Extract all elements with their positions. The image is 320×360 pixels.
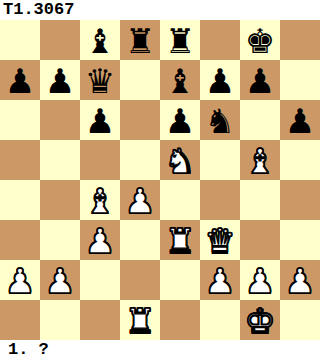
square-d1[interactable]: ♜ xyxy=(120,300,160,340)
piece-black-pawn[interactable]: ♟ xyxy=(5,61,35,100)
square-e6[interactable]: ♟ xyxy=(160,100,200,140)
piece-white-king[interactable]: ♚ xyxy=(245,301,275,340)
square-d8[interactable]: ♜ xyxy=(120,20,160,60)
square-d6[interactable] xyxy=(120,100,160,140)
piece-white-pawn[interactable]: ♟ xyxy=(285,261,315,300)
square-a7[interactable]: ♟ xyxy=(0,60,40,100)
square-a3[interactable] xyxy=(0,220,40,260)
square-a5[interactable] xyxy=(0,140,40,180)
square-d5[interactable] xyxy=(120,140,160,180)
piece-black-bishop[interactable]: ♝ xyxy=(85,21,115,60)
piece-white-bishop[interactable]: ♝ xyxy=(245,141,275,180)
piece-white-pawn[interactable]: ♟ xyxy=(85,221,115,260)
piece-white-queen[interactable]: ♛ xyxy=(205,221,235,260)
square-b5[interactable] xyxy=(40,140,80,180)
piece-white-pawn[interactable]: ♟ xyxy=(245,261,275,300)
piece-white-pawn[interactable]: ♟ xyxy=(205,261,235,300)
piece-black-pawn[interactable]: ♟ xyxy=(205,61,235,100)
piece-white-pawn[interactable]: ♟ xyxy=(125,181,155,220)
piece-black-pawn[interactable]: ♟ xyxy=(245,61,275,100)
puzzle-id: T1.3067 xyxy=(0,0,320,20)
piece-white-bishop[interactable]: ♝ xyxy=(85,181,115,220)
square-e7[interactable]: ♝ xyxy=(160,60,200,100)
square-h7[interactable] xyxy=(280,60,320,100)
square-e3[interactable]: ♜ xyxy=(160,220,200,260)
square-g5[interactable]: ♝ xyxy=(240,140,280,180)
square-g6[interactable] xyxy=(240,100,280,140)
square-h2[interactable]: ♟ xyxy=(280,260,320,300)
square-g3[interactable] xyxy=(240,220,280,260)
square-b8[interactable] xyxy=(40,20,80,60)
square-a6[interactable] xyxy=(0,100,40,140)
piece-white-pawn[interactable]: ♟ xyxy=(5,261,35,300)
square-h5[interactable] xyxy=(280,140,320,180)
square-h3[interactable] xyxy=(280,220,320,260)
square-e5[interactable]: ♞ xyxy=(160,140,200,180)
square-b7[interactable]: ♟ xyxy=(40,60,80,100)
square-f7[interactable]: ♟ xyxy=(200,60,240,100)
square-f2[interactable]: ♟ xyxy=(200,260,240,300)
square-c1[interactable] xyxy=(80,300,120,340)
square-h8[interactable] xyxy=(280,20,320,60)
piece-white-rook[interactable]: ♜ xyxy=(125,301,155,340)
square-g8[interactable]: ♚ xyxy=(240,20,280,60)
square-c6[interactable]: ♟ xyxy=(80,100,120,140)
square-c8[interactable]: ♝ xyxy=(80,20,120,60)
piece-black-rook[interactable]: ♜ xyxy=(125,21,155,60)
square-f8[interactable] xyxy=(200,20,240,60)
square-h4[interactable] xyxy=(280,180,320,220)
square-g7[interactable]: ♟ xyxy=(240,60,280,100)
square-d4[interactable]: ♟ xyxy=(120,180,160,220)
piece-white-pawn[interactable]: ♟ xyxy=(45,261,75,300)
square-d7[interactable] xyxy=(120,60,160,100)
square-e4[interactable] xyxy=(160,180,200,220)
piece-black-pawn[interactable]: ♟ xyxy=(85,101,115,140)
square-h1[interactable] xyxy=(280,300,320,340)
square-f5[interactable] xyxy=(200,140,240,180)
square-g2[interactable]: ♟ xyxy=(240,260,280,300)
square-e1[interactable] xyxy=(160,300,200,340)
piece-black-pawn[interactable]: ♟ xyxy=(285,101,315,140)
square-f1[interactable] xyxy=(200,300,240,340)
square-a2[interactable]: ♟ xyxy=(0,260,40,300)
square-d2[interactable] xyxy=(120,260,160,300)
square-b6[interactable] xyxy=(40,100,80,140)
square-f4[interactable] xyxy=(200,180,240,220)
piece-black-king[interactable]: ♚ xyxy=(245,21,275,60)
square-f6[interactable]: ♞ xyxy=(200,100,240,140)
square-g4[interactable] xyxy=(240,180,280,220)
piece-white-rook[interactable]: ♜ xyxy=(165,221,195,260)
square-b2[interactable]: ♟ xyxy=(40,260,80,300)
piece-black-queen[interactable]: ♛ xyxy=(85,61,115,100)
square-c7[interactable]: ♛ xyxy=(80,60,120,100)
square-c5[interactable] xyxy=(80,140,120,180)
piece-white-knight[interactable]: ♞ xyxy=(165,141,195,180)
square-b4[interactable] xyxy=(40,180,80,220)
chess-board: ♝♜♜♚♟♟♛♝♟♟♟♟♞♟♞♝♝♟♟♜♛♟♟♟♟♟♜♚ xyxy=(0,20,320,340)
square-f3[interactable]: ♛ xyxy=(200,220,240,260)
square-g1[interactable]: ♚ xyxy=(240,300,280,340)
piece-black-pawn[interactable]: ♟ xyxy=(165,101,195,140)
piece-black-bishop[interactable]: ♝ xyxy=(165,61,195,100)
piece-black-pawn[interactable]: ♟ xyxy=(45,61,75,100)
square-b3[interactable] xyxy=(40,220,80,260)
piece-black-knight[interactable]: ♞ xyxy=(205,101,235,140)
square-d3[interactable] xyxy=(120,220,160,260)
square-a8[interactable] xyxy=(0,20,40,60)
square-a4[interactable] xyxy=(0,180,40,220)
piece-black-rook[interactable]: ♜ xyxy=(165,21,195,60)
square-c4[interactable]: ♝ xyxy=(80,180,120,220)
square-a1[interactable] xyxy=(0,300,40,340)
move-prompt: 1. ? xyxy=(0,340,320,360)
square-h6[interactable]: ♟ xyxy=(280,100,320,140)
square-e8[interactable]: ♜ xyxy=(160,20,200,60)
square-b1[interactable] xyxy=(40,300,80,340)
square-c3[interactable]: ♟ xyxy=(80,220,120,260)
square-c2[interactable] xyxy=(80,260,120,300)
square-e2[interactable] xyxy=(160,260,200,300)
